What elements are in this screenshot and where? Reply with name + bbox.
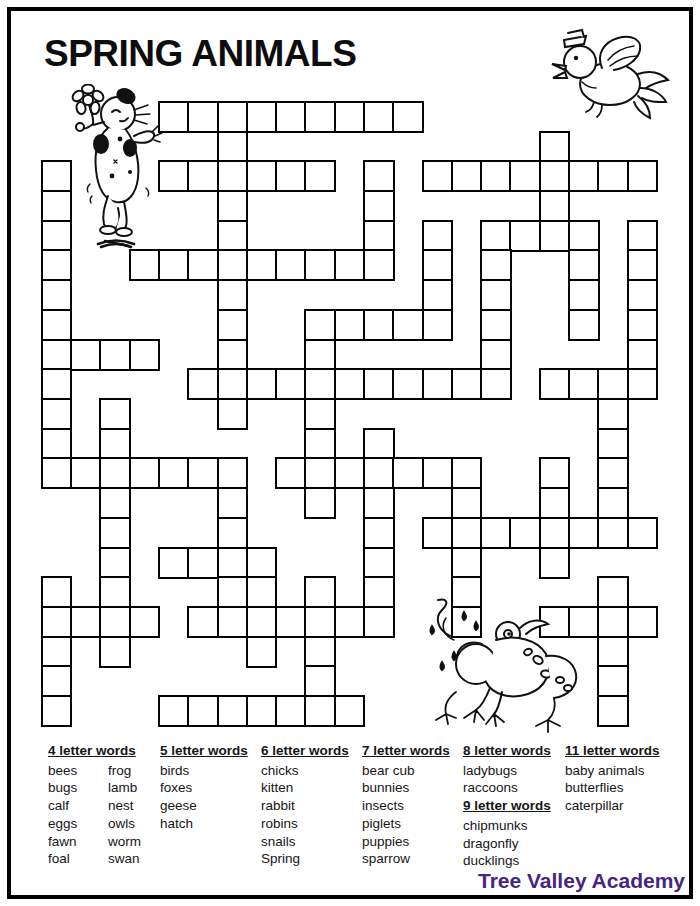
grid-cell bbox=[304, 339, 335, 371]
grid-cell bbox=[597, 576, 628, 608]
grid-cell bbox=[187, 695, 218, 727]
word-list-item: baby animals bbox=[565, 762, 645, 780]
grid-cell bbox=[422, 220, 453, 252]
grid-cell bbox=[217, 487, 248, 519]
grid-cell bbox=[422, 160, 453, 192]
grid-cell bbox=[334, 249, 365, 281]
grid-cell bbox=[41, 398, 72, 430]
grid-cell bbox=[217, 249, 248, 281]
bird-with-hat-icon bbox=[538, 26, 672, 138]
grid-cell bbox=[217, 517, 248, 549]
grid-cell bbox=[304, 636, 335, 668]
grid-cell bbox=[334, 101, 365, 133]
word-list-item: hatch bbox=[160, 815, 212, 833]
grid-cell bbox=[99, 547, 130, 579]
grid-cell bbox=[304, 160, 335, 192]
grid-cell bbox=[480, 339, 511, 371]
grid-cell bbox=[129, 339, 160, 371]
word-list-item: birds bbox=[160, 762, 212, 780]
grid-cell bbox=[41, 457, 72, 489]
grid-cell bbox=[246, 368, 277, 400]
grid-cell bbox=[99, 428, 130, 460]
word-list-item: rabbit bbox=[261, 797, 313, 815]
grid-cell bbox=[451, 457, 482, 489]
grid-cell bbox=[217, 131, 248, 163]
grid-cell bbox=[363, 368, 394, 400]
grid-cell bbox=[509, 517, 540, 549]
word-list-item: snails bbox=[261, 833, 313, 851]
grid-cell bbox=[304, 695, 335, 727]
word-list-header: 7 letter words bbox=[362, 742, 450, 760]
word-list-item: geese bbox=[160, 797, 212, 815]
grid-cell bbox=[627, 606, 658, 638]
grid-cell bbox=[363, 547, 394, 579]
grid-cell bbox=[246, 636, 277, 668]
grid-cell bbox=[363, 487, 394, 519]
word-list-item: piglets bbox=[362, 815, 415, 833]
grid-cell bbox=[70, 457, 101, 489]
grid-cell bbox=[217, 190, 248, 222]
grid-cell bbox=[158, 695, 189, 727]
grid-cell bbox=[304, 487, 335, 519]
grid-cell bbox=[539, 190, 570, 222]
grid-cell bbox=[275, 160, 306, 192]
grid-cell bbox=[568, 368, 599, 400]
grid-cell bbox=[99, 576, 130, 608]
grid-cell bbox=[363, 220, 394, 252]
word-list-item: sparrow bbox=[362, 850, 415, 868]
grid-cell bbox=[392, 368, 423, 400]
grid-cell bbox=[246, 101, 277, 133]
word-list-item: worm bbox=[108, 833, 160, 851]
word-list-8-and-9-letter: 8 letter wordsladybugsraccoons 9 letter … bbox=[463, 742, 551, 870]
grid-cell bbox=[597, 368, 628, 400]
grid-cell bbox=[99, 457, 130, 489]
grid-cell bbox=[539, 487, 570, 519]
grid-cell bbox=[275, 101, 306, 133]
word-list-7-letter: 7 letter wordsbear cubbunniesinsectspigl… bbox=[362, 742, 450, 868]
word-list-item: foxes bbox=[160, 779, 212, 797]
grid-cell bbox=[568, 517, 599, 549]
grid-cell bbox=[334, 457, 365, 489]
grid-cell bbox=[363, 309, 394, 341]
grid-cell bbox=[246, 576, 277, 608]
grid-cell bbox=[597, 160, 628, 192]
grid-cell bbox=[304, 101, 335, 133]
grid-cell bbox=[41, 339, 72, 371]
word-list-item: dragonfly bbox=[463, 835, 528, 853]
grid-cell bbox=[392, 457, 423, 489]
word-list-item: bunnies bbox=[362, 779, 415, 797]
grid-cell bbox=[568, 160, 599, 192]
grid-cell bbox=[597, 606, 628, 638]
grid-cell bbox=[187, 606, 218, 638]
grid-cell bbox=[99, 636, 130, 668]
grid-cell bbox=[422, 309, 453, 341]
grid-cell bbox=[246, 606, 277, 638]
word-list-item: bees bbox=[48, 762, 100, 780]
grid-cell bbox=[217, 368, 248, 400]
grid-cell bbox=[539, 517, 570, 549]
grid-cell bbox=[627, 339, 658, 371]
grid-cell bbox=[568, 309, 599, 341]
grid-cell bbox=[41, 665, 72, 697]
grid-cell bbox=[41, 636, 72, 668]
grid-cell bbox=[70, 339, 101, 371]
grid-cell bbox=[304, 665, 335, 697]
grid-cell bbox=[539, 457, 570, 489]
grid-cell bbox=[217, 101, 248, 133]
grid-cell bbox=[363, 101, 394, 133]
grid-cell bbox=[158, 457, 189, 489]
grid-cell bbox=[41, 309, 72, 341]
grid-cell bbox=[246, 547, 277, 579]
grid-cell bbox=[41, 576, 72, 608]
grid-cell bbox=[568, 220, 599, 252]
grid-cell bbox=[363, 457, 394, 489]
grid-cell bbox=[422, 457, 453, 489]
grid-cell bbox=[480, 368, 511, 400]
grid-cell bbox=[217, 160, 248, 192]
grid-cell bbox=[304, 368, 335, 400]
grid-cell bbox=[217, 576, 248, 608]
word-list-4-letter: 4 letter wordsbeesbugscalfeggsfawnfoalfr… bbox=[48, 742, 168, 868]
grid-cell bbox=[187, 368, 218, 400]
word-list-item: bear cub bbox=[362, 762, 415, 780]
grid-cell bbox=[275, 457, 306, 489]
grid-cell bbox=[627, 160, 658, 192]
grid-cell bbox=[627, 279, 658, 311]
grid-cell bbox=[217, 547, 248, 579]
grid-cell bbox=[597, 398, 628, 430]
word-list-item: bugs bbox=[48, 779, 100, 797]
word-list-header: 4 letter words bbox=[48, 742, 168, 760]
word-list-8-letter: 8 letter wordsladybugsraccoons bbox=[463, 742, 551, 797]
grid-cell bbox=[597, 665, 628, 697]
grid-cell bbox=[304, 309, 335, 341]
grid-cell bbox=[392, 309, 423, 341]
word-list-item: puppies bbox=[362, 833, 415, 851]
grid-cell bbox=[627, 309, 658, 341]
grid-cell bbox=[597, 636, 628, 668]
croaking-frog-icon bbox=[420, 596, 592, 742]
grid-cell bbox=[568, 249, 599, 281]
grid-cell bbox=[363, 428, 394, 460]
grid-cell bbox=[187, 249, 218, 281]
grid-cell bbox=[363, 576, 394, 608]
grid-cell bbox=[627, 517, 658, 549]
grid-cell bbox=[539, 160, 570, 192]
word-list-item: eggs bbox=[48, 815, 100, 833]
grid-cell bbox=[304, 428, 335, 460]
grid-cell bbox=[246, 160, 277, 192]
grid-cell bbox=[509, 160, 540, 192]
word-list-item: nest bbox=[108, 797, 160, 815]
grid-cell bbox=[334, 695, 365, 727]
grid-cell bbox=[422, 279, 453, 311]
grid-cell bbox=[539, 220, 570, 252]
grid-cell bbox=[422, 368, 453, 400]
grid-cell bbox=[451, 160, 482, 192]
brand-logo: Tree Valley Academy bbox=[478, 869, 685, 893]
word-list-5-letter: 5 letter wordsbirdsfoxesgeesehatch bbox=[160, 742, 248, 833]
word-list-header: 9 letter words bbox=[463, 797, 551, 815]
grid-cell bbox=[187, 160, 218, 192]
grid-cell bbox=[129, 606, 160, 638]
grid-cell bbox=[304, 606, 335, 638]
grid-cell bbox=[627, 368, 658, 400]
word-list-item: owls bbox=[108, 815, 160, 833]
grid-cell bbox=[597, 457, 628, 489]
word-list-header: 6 letter words bbox=[261, 742, 349, 760]
grid-cell bbox=[187, 547, 218, 579]
word-list-item: calf bbox=[48, 797, 100, 815]
word-list-item: chipmunks bbox=[463, 817, 528, 835]
word-list-6-letter: 6 letter wordschickskittenrabbitrobinssn… bbox=[261, 742, 349, 868]
grid-cell bbox=[275, 368, 306, 400]
grid-cell bbox=[451, 368, 482, 400]
dalmatian-puppy-icon bbox=[68, 84, 170, 256]
grid-cell bbox=[275, 249, 306, 281]
grid-cell bbox=[99, 339, 130, 371]
grid-cell bbox=[451, 517, 482, 549]
grid-cell bbox=[568, 279, 599, 311]
grid-cell bbox=[480, 517, 511, 549]
grid-cell bbox=[217, 606, 248, 638]
grid-cell bbox=[480, 220, 511, 252]
grid-cell bbox=[41, 428, 72, 460]
grid-cell bbox=[275, 695, 306, 727]
word-list-item: foal bbox=[48, 850, 100, 868]
word-list-header: 11 letter words bbox=[565, 742, 660, 760]
grid-cell bbox=[41, 279, 72, 311]
word-list-9-letter: 9 letter wordschipmunksdragonflyduckling… bbox=[463, 797, 551, 870]
grid-cell bbox=[597, 428, 628, 460]
grid-cell bbox=[99, 487, 130, 519]
grid-cell bbox=[480, 309, 511, 341]
word-list-item: insects bbox=[362, 797, 415, 815]
grid-cell bbox=[187, 101, 218, 133]
grid-cell bbox=[158, 547, 189, 579]
grid-cell bbox=[275, 606, 306, 638]
page-title: SPRING ANIMALS bbox=[44, 33, 356, 75]
word-list-item: chicks bbox=[261, 762, 313, 780]
grid-cell bbox=[363, 606, 394, 638]
grid-cell bbox=[539, 368, 570, 400]
word-list-item: swan bbox=[108, 850, 160, 868]
word-list-item: Spring bbox=[261, 850, 313, 868]
grid-cell bbox=[451, 487, 482, 519]
word-list-item: lamb bbox=[108, 779, 160, 797]
grid-cell bbox=[597, 487, 628, 519]
grid-cell bbox=[363, 249, 394, 281]
grid-cell bbox=[99, 398, 130, 430]
grid-cell bbox=[304, 249, 335, 281]
grid-cell bbox=[422, 249, 453, 281]
word-list-item: ladybugs bbox=[463, 762, 518, 780]
grid-cell bbox=[627, 249, 658, 281]
grid-cell bbox=[509, 220, 540, 252]
grid-cell bbox=[597, 517, 628, 549]
grid-cell bbox=[41, 695, 72, 727]
grid-cell bbox=[480, 249, 511, 281]
grid-cell bbox=[246, 249, 277, 281]
grid-cell bbox=[129, 457, 160, 489]
grid-cell bbox=[392, 101, 423, 133]
grid-cell bbox=[99, 517, 130, 549]
grid-cell bbox=[304, 457, 335, 489]
grid-cell bbox=[597, 695, 628, 727]
grid-cell bbox=[363, 160, 394, 192]
word-list-item: raccoons bbox=[463, 779, 518, 797]
grid-cell bbox=[480, 279, 511, 311]
grid-cell bbox=[363, 517, 394, 549]
grid-cell bbox=[41, 368, 72, 400]
grid-cell bbox=[41, 606, 72, 638]
grid-cell bbox=[480, 160, 511, 192]
word-list-11-letter: 11 letter wordsbaby animalsbutterfliesca… bbox=[565, 742, 660, 815]
grid-cell bbox=[217, 339, 248, 371]
grid-cell bbox=[217, 457, 248, 489]
word-list-item: robins bbox=[261, 815, 313, 833]
grid-cell bbox=[217, 695, 248, 727]
grid-cell bbox=[334, 368, 365, 400]
word-list-header: 8 letter words bbox=[463, 742, 551, 760]
word-list-item: kitten bbox=[261, 779, 313, 797]
grid-cell bbox=[304, 576, 335, 608]
grid-cell bbox=[217, 309, 248, 341]
word-list-item: ducklings bbox=[463, 852, 528, 870]
grid-cell bbox=[304, 398, 335, 430]
grid-cell bbox=[70, 606, 101, 638]
grid-cell bbox=[99, 606, 130, 638]
grid-cell bbox=[334, 309, 365, 341]
grid-cell bbox=[363, 190, 394, 222]
grid-cell bbox=[334, 606, 365, 638]
grid-cell bbox=[217, 279, 248, 311]
grid-cell bbox=[246, 695, 277, 727]
grid-cell bbox=[187, 457, 218, 489]
word-list-item: caterpillar bbox=[565, 797, 645, 815]
grid-cell bbox=[422, 517, 453, 549]
word-list-header: 5 letter words bbox=[160, 742, 248, 760]
word-list-item: butterflies bbox=[565, 779, 645, 797]
grid-cell bbox=[217, 220, 248, 252]
grid-cell bbox=[451, 547, 482, 579]
word-list-item: fawn bbox=[48, 833, 100, 851]
grid-cell bbox=[627, 220, 658, 252]
word-list-item: frog bbox=[108, 762, 160, 780]
grid-cell bbox=[539, 547, 570, 579]
grid-cell bbox=[217, 398, 248, 430]
